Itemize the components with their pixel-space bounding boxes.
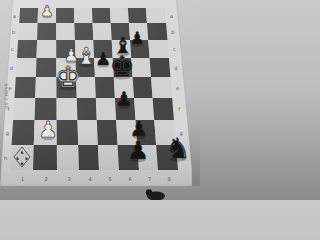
file-label-right-a: a [170,13,173,19]
file-label-left-a: a [13,13,16,19]
svg-text:♞: ♞ [20,150,24,155]
rank-label-8: 8 [167,176,170,182]
chessboard-photo-scene: 12345678abcdefghabcdefghUS CHESS♞♞♞♞♟♟♝♟… [0,0,200,200]
rank-label-5: 5 [108,176,111,182]
file-label-right-b: b [171,29,174,35]
chess-board: 12345678abcdefghabcdefghUS CHESS♞♞♞♞♟♟♝♟… [0,0,200,200]
file-label-left-c: c [11,46,14,52]
piece-black-knight-h8[interactable]: ♞ [165,132,190,165]
rank-label-2: 2 [44,176,47,182]
piece-black-pawn-h7[interactable]: ♟ [127,136,149,165]
piece-black-pawn-f6[interactable]: ♟ [115,87,133,111]
file-label-left-g: g [6,130,9,137]
svg-text:♞: ♞ [24,156,28,161]
file-label-left-d: d [10,65,13,71]
piece-white-pawn-a2[interactable]: ♟ [40,2,53,20]
file-label-right-c: c [173,46,176,52]
svg-text:♞: ♞ [15,156,19,161]
rank-label-7: 7 [148,176,151,182]
rank-label-1: 1 [21,176,24,182]
rank-label-4: 4 [88,176,91,182]
file-label-right-f: f [178,106,180,112]
svg-text:♞: ♞ [20,161,24,166]
file-label-right-d: d [174,65,177,71]
file-label-left-h: h [4,155,7,161]
captured-piece-off-board[interactable] [146,189,165,200]
rank-label-6: 6 [128,176,131,182]
brand-text: US CHESS [4,83,9,109]
rank-label-3: 3 [67,176,70,182]
piece-white-king-e3[interactable]: ♚ [55,60,81,94]
piece-white-pawn-g2[interactable]: ♟ [38,117,58,142]
file-label-left-b: b [12,29,15,35]
piece-black-king-d6[interactable]: ♚ [109,50,134,83]
file-label-right-e: e [176,85,179,91]
